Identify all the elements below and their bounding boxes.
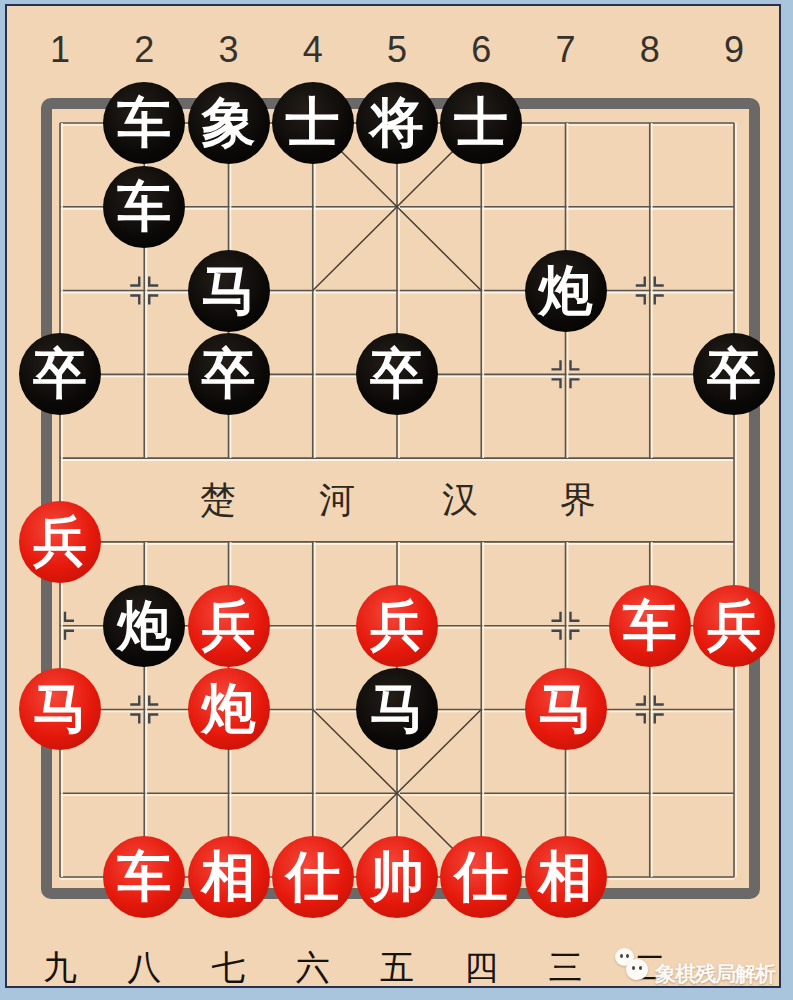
piece-red-soldier[interactable]: 兵 <box>188 585 270 667</box>
piece-glyph: 兵 <box>370 599 424 653</box>
piece-black-chariot[interactable]: 车 <box>103 82 185 164</box>
piece-glyph: 卒 <box>707 347 761 401</box>
piece-glyph: 马 <box>202 264 256 318</box>
piece-black-horse[interactable]: 马 <box>188 250 270 332</box>
file-number-top-6: 6 <box>471 29 491 71</box>
file-number-bottom-6: 四 <box>464 945 498 991</box>
piece-black-chariot[interactable]: 车 <box>103 166 185 248</box>
piece-glyph: 帅 <box>370 850 424 904</box>
piece-black-horse[interactable]: 马 <box>356 668 438 750</box>
piece-red-cannon[interactable]: 炮 <box>188 668 270 750</box>
file-number-bottom-1: 九 <box>43 945 77 991</box>
file-number-top-4: 4 <box>303 29 323 71</box>
piece-red-general[interactable]: 帅 <box>356 836 438 918</box>
piece-glyph: 炮 <box>117 599 171 653</box>
file-number-bottom-4: 六 <box>296 945 330 991</box>
file-number-bottom-7: 三 <box>549 945 583 991</box>
file-number-bottom-2: 八 <box>127 945 161 991</box>
file-number-top-9: 9 <box>724 29 744 71</box>
piece-glyph: 相 <box>202 850 256 904</box>
piece-glyph: 车 <box>117 96 171 150</box>
wechat-bubble-small-icon <box>626 959 648 980</box>
piece-glyph: 兵 <box>202 599 256 653</box>
river-char-3: 汉 <box>442 476 478 525</box>
piece-red-soldier[interactable]: 兵 <box>19 501 101 583</box>
piece-glyph: 车 <box>623 599 677 653</box>
river-char-4: 界 <box>560 476 596 525</box>
file-number-top-8: 8 <box>640 29 660 71</box>
piece-glyph: 士 <box>454 96 508 150</box>
piece-glyph: 兵 <box>33 515 87 569</box>
file-number-top-1: 1 <box>50 29 70 71</box>
piece-glyph: 象 <box>202 96 256 150</box>
piece-red-elephant[interactable]: 相 <box>188 836 270 918</box>
piece-red-soldier[interactable]: 兵 <box>693 585 775 667</box>
piece-black-cannon[interactable]: 炮 <box>525 250 607 332</box>
file-number-bottom-5: 五 <box>380 945 414 991</box>
river-char-1: 楚 <box>200 476 236 525</box>
watermark-text: 象棋残局解析 <box>655 960 775 988</box>
piece-black-cannon[interactable]: 炮 <box>103 585 185 667</box>
piece-glyph: 炮 <box>202 682 256 736</box>
piece-glyph: 卒 <box>202 347 256 401</box>
piece-glyph: 将 <box>370 96 424 150</box>
piece-black-soldier[interactable]: 卒 <box>693 333 775 415</box>
piece-glyph: 马 <box>539 682 593 736</box>
piece-glyph: 车 <box>117 180 171 234</box>
piece-glyph: 炮 <box>539 264 593 318</box>
file-number-bottom-3: 七 <box>212 945 246 991</box>
board-background: 123456789 楚河汉界 九八七六五四三二 车象士将士车马炮卒卒卒卒兵炮兵兵… <box>5 4 781 988</box>
piece-glyph: 士 <box>286 96 340 150</box>
piece-glyph: 卒 <box>33 347 87 401</box>
piece-glyph: 兵 <box>707 599 761 653</box>
piece-red-advisor[interactable]: 仕 <box>272 836 354 918</box>
file-number-top-2: 2 <box>134 29 154 71</box>
piece-glyph: 相 <box>539 850 593 904</box>
piece-glyph: 仕 <box>454 850 508 904</box>
piece-red-soldier[interactable]: 兵 <box>356 585 438 667</box>
piece-red-advisor[interactable]: 相 <box>525 836 607 918</box>
watermark: 象棋残局解析 <box>613 946 788 994</box>
piece-glyph: 马 <box>33 682 87 736</box>
piece-black-general[interactable]: 将 <box>356 82 438 164</box>
file-number-top-5: 5 <box>387 29 407 71</box>
file-number-top-3: 3 <box>218 29 238 71</box>
piece-black-soldier[interactable]: 卒 <box>356 333 438 415</box>
piece-red-chariot[interactable]: 车 <box>103 836 185 918</box>
piece-red-advisor[interactable]: 仕 <box>440 836 522 918</box>
piece-black-elephant[interactable]: 象 <box>188 82 270 164</box>
piece-glyph: 卒 <box>370 347 424 401</box>
piece-black-advisor[interactable]: 士 <box>440 82 522 164</box>
piece-glyph: 车 <box>117 850 171 904</box>
piece-black-advisor[interactable]: 士 <box>272 82 354 164</box>
river-char-2: 河 <box>319 476 355 525</box>
piece-glyph: 马 <box>370 682 424 736</box>
piece-black-soldier[interactable]: 卒 <box>19 333 101 415</box>
piece-red-horse[interactable]: 马 <box>19 668 101 750</box>
screenshot-frame: 123456789 楚河汉界 九八七六五四三二 车象士将士车马炮卒卒卒卒兵炮兵兵… <box>0 0 793 1000</box>
file-number-top-7: 7 <box>555 29 575 71</box>
piece-glyph: 仕 <box>286 850 340 904</box>
piece-red-chariot[interactable]: 车 <box>609 585 691 667</box>
piece-black-soldier[interactable]: 卒 <box>188 333 270 415</box>
piece-red-horse[interactable]: 马 <box>525 668 607 750</box>
